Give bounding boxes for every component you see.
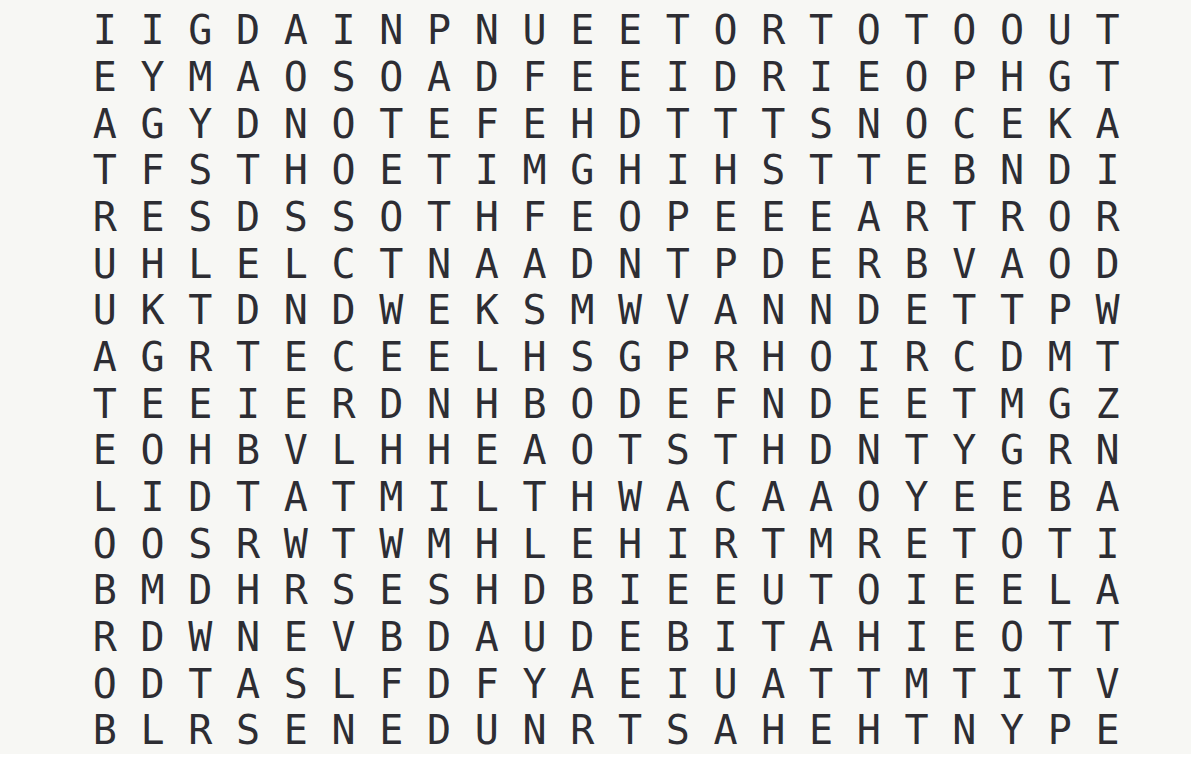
grid-cell[interactable]: N [941,707,989,754]
grid-cell[interactable]: D [129,660,177,707]
grid-cell[interactable]: D [463,54,511,101]
grid-cell[interactable]: T [750,614,798,661]
grid-cell[interactable]: T [845,660,893,707]
grid-cell[interactable]: T [177,660,225,707]
grid-cell[interactable]: D [224,194,272,241]
grid-cell[interactable]: T [1084,614,1132,661]
grid-cell[interactable]: S [320,54,368,101]
grid-cell[interactable]: H [177,427,225,474]
grid-cell[interactable]: T [941,520,989,567]
grid-cell[interactable]: N [224,614,272,661]
grid-cell[interactable]: I [463,147,511,194]
grid-cell[interactable]: B [81,567,129,614]
grid-cell[interactable]: E [797,240,845,287]
grid-cell[interactable]: L [81,474,129,521]
grid-cell[interactable]: M [368,474,416,521]
grid-cell[interactable]: E [797,194,845,241]
grid-cell[interactable]: I [797,54,845,101]
grid-cell[interactable]: N [750,287,798,334]
grid-cell[interactable]: R [893,194,941,241]
grid-cell[interactable]: R [1084,194,1132,241]
grid-cell[interactable]: U [81,240,129,287]
grid-cell[interactable]: C [320,240,368,287]
grid-cell[interactable]: D [224,100,272,147]
grid-cell[interactable]: A [272,7,320,54]
grid-cell[interactable]: I [415,474,463,521]
grid-cell[interactable]: E [606,614,654,661]
grid-cell[interactable]: H [129,240,177,287]
grid-cell[interactable]: N [1084,427,1132,474]
grid-cell[interactable]: A [1084,474,1132,521]
grid-cell[interactable]: D [224,7,272,54]
grid-cell[interactable]: A [511,427,559,474]
grid-cell[interactable]: Y [988,707,1036,754]
grid-cell[interactable]: N [415,380,463,427]
grid-cell[interactable]: D [559,614,607,661]
grid-cell[interactable]: O [368,54,416,101]
grid-cell[interactable]: W [177,614,225,661]
grid-cell[interactable]: I [129,7,177,54]
grid-cell[interactable]: I [606,567,654,614]
grid-cell[interactable]: F [702,380,750,427]
grid-cell[interactable]: I [654,520,702,567]
grid-cell[interactable]: D [415,707,463,754]
grid-cell[interactable]: O [845,7,893,54]
grid-cell[interactable]: I [1084,520,1132,567]
grid-cell[interactable]: L [511,520,559,567]
grid-cell[interactable]: H [463,567,511,614]
grid-cell[interactable]: H [511,334,559,381]
grid-cell[interactable]: G [988,427,1036,474]
grid-cell[interactable]: D [511,567,559,614]
grid-cell[interactable]: T [368,240,416,287]
grid-cell[interactable]: O [988,520,1036,567]
grid-cell[interactable]: T [797,7,845,54]
grid-cell[interactable]: I [988,660,1036,707]
grid-cell[interactable]: E [654,567,702,614]
grid-cell[interactable]: R [81,194,129,241]
grid-cell[interactable]: H [272,147,320,194]
grid-cell[interactable]: E [272,707,320,754]
grid-cell[interactable]: L [272,240,320,287]
grid-cell[interactable]: D [415,614,463,661]
grid-cell[interactable]: B [1036,474,1084,521]
grid-cell[interactable]: D [1036,147,1084,194]
grid-cell[interactable]: E [702,567,750,614]
grid-cell[interactable]: R [845,520,893,567]
grid-cell[interactable]: D [606,380,654,427]
grid-cell[interactable]: E [272,614,320,661]
grid-cell[interactable]: L [320,660,368,707]
grid-cell[interactable]: I [654,147,702,194]
grid-cell[interactable]: R [988,194,1036,241]
grid-cell[interactable]: V [654,287,702,334]
grid-cell[interactable]: T [702,427,750,474]
grid-cell[interactable]: F [463,660,511,707]
grid-cell[interactable]: M [415,520,463,567]
grid-cell[interactable]: P [941,54,989,101]
grid-cell[interactable]: S [511,287,559,334]
grid-cell[interactable]: D [224,287,272,334]
grid-cell[interactable]: N [272,287,320,334]
grid-cell[interactable]: R [272,567,320,614]
grid-cell[interactable]: P [415,7,463,54]
grid-cell[interactable]: S [224,707,272,754]
grid-cell[interactable]: E [81,54,129,101]
grid-cell[interactable]: E [272,334,320,381]
grid-cell[interactable]: V [320,614,368,661]
grid-cell[interactable]: T [224,147,272,194]
grid-cell[interactable]: S [272,660,320,707]
grid-cell[interactable]: H [368,427,416,474]
grid-cell[interactable]: T [1036,660,1084,707]
grid-cell[interactable]: N [606,240,654,287]
grid-cell[interactable]: I [1084,147,1132,194]
grid-cell[interactable]: H [750,427,798,474]
grid-cell[interactable]: W [1084,287,1132,334]
grid-cell[interactable]: E [941,567,989,614]
grid-cell[interactable]: E [750,194,798,241]
grid-cell[interactable]: T [511,474,559,521]
grid-cell[interactable]: I [845,334,893,381]
grid-cell[interactable]: H [750,334,798,381]
grid-cell[interactable]: Y [177,100,225,147]
grid-cell[interactable]: F [511,194,559,241]
grid-cell[interactable]: B [511,380,559,427]
grid-cell[interactable]: S [320,567,368,614]
grid-cell[interactable]: N [320,707,368,754]
grid-cell[interactable]: W [606,474,654,521]
grid-cell[interactable]: D [177,567,225,614]
grid-cell[interactable]: T [893,707,941,754]
grid-cell[interactable]: I [654,54,702,101]
grid-cell[interactable]: A [559,660,607,707]
grid-cell[interactable]: R [81,614,129,661]
grid-cell[interactable]: E [941,614,989,661]
grid-cell[interactable]: D [606,100,654,147]
grid-cell[interactable]: U [750,567,798,614]
grid-cell[interactable]: O [559,427,607,474]
grid-cell[interactable]: E [129,194,177,241]
grid-cell[interactable]: R [559,707,607,754]
grid-cell[interactable]: Y [129,54,177,101]
grid-cell[interactable]: T [797,567,845,614]
grid-cell[interactable]: T [750,100,798,147]
grid-cell[interactable]: E [893,520,941,567]
grid-cell[interactable]: R [224,520,272,567]
grid-cell[interactable]: T [845,147,893,194]
grid-cell[interactable]: H [415,427,463,474]
grid-cell[interactable]: E [81,427,129,474]
grid-cell[interactable]: M [559,287,607,334]
grid-cell[interactable]: E [654,380,702,427]
grid-cell[interactable]: M [129,567,177,614]
grid-cell[interactable]: V [941,240,989,287]
grid-cell[interactable]: T [654,240,702,287]
grid-cell[interactable]: T [654,100,702,147]
grid-cell[interactable]: T [224,474,272,521]
grid-cell[interactable]: T [893,427,941,474]
grid-cell[interactable]: R [893,334,941,381]
grid-cell[interactable]: E [988,100,1036,147]
grid-cell[interactable]: U [1036,7,1084,54]
grid-cell[interactable]: N [845,100,893,147]
grid-cell[interactable]: E [415,334,463,381]
grid-cell[interactable]: R [320,380,368,427]
grid-cell[interactable]: G [129,334,177,381]
grid-cell[interactable]: A [415,54,463,101]
grid-cell[interactable]: D [1084,240,1132,287]
grid-cell[interactable]: E [893,147,941,194]
grid-cell[interactable]: H [606,147,654,194]
grid-cell[interactable]: A [81,334,129,381]
grid-cell[interactable]: A [1084,567,1132,614]
grid-cell[interactable]: F [129,147,177,194]
grid-cell[interactable]: T [224,334,272,381]
grid-cell[interactable]: A [702,707,750,754]
grid-cell[interactable]: O [272,54,320,101]
grid-cell[interactable]: T [988,287,1036,334]
grid-cell[interactable]: E [559,54,607,101]
grid-cell[interactable]: N [988,147,1036,194]
grid-cell[interactable]: E [368,334,416,381]
grid-cell[interactable]: I [893,614,941,661]
grid-cell[interactable]: O [606,194,654,241]
grid-cell[interactable]: O [988,614,1036,661]
grid-cell[interactable]: E [988,474,1036,521]
grid-cell[interactable]: H [845,614,893,661]
grid-cell[interactable]: M [177,54,225,101]
grid-cell[interactable]: O [129,427,177,474]
grid-cell[interactable]: R [750,7,798,54]
grid-cell[interactable]: B [81,707,129,754]
grid-cell[interactable]: O [941,7,989,54]
grid-cell[interactable]: P [1036,287,1084,334]
grid-cell[interactable]: M [1036,334,1084,381]
grid-cell[interactable]: T [941,380,989,427]
grid-cell[interactable]: B [559,567,607,614]
grid-cell[interactable]: I [129,474,177,521]
grid-cell[interactable]: S [654,427,702,474]
grid-cell[interactable]: V [1084,660,1132,707]
grid-cell[interactable]: O [368,194,416,241]
grid-cell[interactable]: O [1036,240,1084,287]
grid-cell[interactable]: E [368,147,416,194]
grid-cell[interactable]: T [1036,614,1084,661]
grid-cell[interactable]: H [559,100,607,147]
grid-cell[interactable]: L [1036,567,1084,614]
grid-cell[interactable]: A [988,240,1036,287]
grid-cell[interactable]: E [606,54,654,101]
grid-cell[interactable]: I [654,660,702,707]
grid-cell[interactable]: N [272,100,320,147]
grid-cell[interactable]: E [415,287,463,334]
grid-cell[interactable]: K [463,287,511,334]
grid-cell[interactable]: V [272,427,320,474]
grid-cell[interactable]: E [606,660,654,707]
grid-cell[interactable]: T [415,194,463,241]
grid-cell[interactable]: R [702,520,750,567]
grid-cell[interactable]: B [654,614,702,661]
grid-cell[interactable]: E [559,194,607,241]
grid-cell[interactable]: T [606,707,654,754]
grid-cell[interactable]: P [702,240,750,287]
grid-cell[interactable]: I [320,7,368,54]
grid-cell[interactable]: P [1036,707,1084,754]
grid-cell[interactable]: T [797,147,845,194]
grid-cell[interactable]: T [654,7,702,54]
grid-cell[interactable]: D [368,380,416,427]
grid-cell[interactable]: A [797,614,845,661]
grid-cell[interactable]: T [320,520,368,567]
grid-cell[interactable]: S [750,147,798,194]
grid-cell[interactable]: A [272,474,320,521]
grid-cell[interactable]: S [272,194,320,241]
grid-cell[interactable]: S [177,194,225,241]
grid-cell[interactable]: E [368,567,416,614]
grid-cell[interactable]: N [511,707,559,754]
grid-cell[interactable]: T [606,427,654,474]
grid-cell[interactable]: T [941,660,989,707]
grid-cell[interactable]: E [845,380,893,427]
grid-cell[interactable]: G [1036,380,1084,427]
grid-cell[interactable]: D [750,240,798,287]
grid-cell[interactable]: S [177,520,225,567]
grid-cell[interactable]: D [797,427,845,474]
grid-cell[interactable]: O [81,660,129,707]
grid-cell[interactable]: E [702,194,750,241]
grid-cell[interactable]: O [1036,194,1084,241]
grid-cell[interactable]: N [845,427,893,474]
grid-cell[interactable]: O [559,380,607,427]
grid-cell[interactable]: F [463,100,511,147]
grid-cell[interactable]: C [941,100,989,147]
grid-cell[interactable]: A [702,287,750,334]
grid-cell[interactable]: S [654,707,702,754]
grid-cell[interactable]: U [511,614,559,661]
grid-cell[interactable]: T [750,520,798,567]
grid-cell[interactable]: A [224,54,272,101]
grid-cell[interactable]: O [988,7,1036,54]
grid-cell[interactable]: E [559,520,607,567]
grid-cell[interactable]: D [559,240,607,287]
grid-cell[interactable]: H [559,474,607,521]
grid-cell[interactable]: T [941,194,989,241]
grid-cell[interactable]: O [893,100,941,147]
grid-cell[interactable]: H [463,380,511,427]
grid-cell[interactable]: N [368,7,416,54]
grid-cell[interactable]: U [702,660,750,707]
grid-cell[interactable]: Z [1084,380,1132,427]
grid-cell[interactable]: H [750,707,798,754]
grid-cell[interactable]: T [1084,7,1132,54]
grid-cell[interactable]: O [320,100,368,147]
grid-cell[interactable]: A [845,194,893,241]
grid-cell[interactable]: N [750,380,798,427]
grid-cell[interactable]: D [320,287,368,334]
grid-cell[interactable]: W [368,520,416,567]
grid-cell[interactable]: T [81,147,129,194]
grid-cell[interactable]: T [81,380,129,427]
grid-cell[interactable]: H [845,707,893,754]
grid-cell[interactable]: G [129,100,177,147]
grid-cell[interactable]: E [559,7,607,54]
grid-cell[interactable]: L [463,334,511,381]
grid-cell[interactable]: E [893,380,941,427]
grid-cell[interactable]: E [893,287,941,334]
grid-cell[interactable]: W [272,520,320,567]
grid-cell[interactable]: T [797,660,845,707]
grid-cell[interactable]: R [177,334,225,381]
grid-cell[interactable]: G [559,147,607,194]
grid-cell[interactable]: U [463,707,511,754]
grid-cell[interactable]: D [415,660,463,707]
grid-cell[interactable]: T [1084,334,1132,381]
grid-cell[interactable]: E [129,380,177,427]
grid-cell[interactable]: T [415,147,463,194]
grid-cell[interactable]: T [893,7,941,54]
grid-cell[interactable]: O [81,520,129,567]
grid-cell[interactable]: I [893,567,941,614]
grid-cell[interactable]: B [941,147,989,194]
grid-cell[interactable]: I [81,7,129,54]
grid-cell[interactable]: S [415,567,463,614]
grid-cell[interactable]: I [224,380,272,427]
grid-cell[interactable]: T [320,474,368,521]
grid-cell[interactable]: R [1036,427,1084,474]
grid-cell[interactable]: A [750,660,798,707]
grid-cell[interactable]: D [129,614,177,661]
grid-cell[interactable]: E [606,7,654,54]
grid-cell[interactable]: H [988,54,1036,101]
grid-cell[interactable]: B [368,614,416,661]
grid-cell[interactable]: T [1084,54,1132,101]
grid-cell[interactable]: I [702,614,750,661]
grid-cell[interactable]: M [893,660,941,707]
grid-cell[interactable]: C [941,334,989,381]
grid-cell[interactable]: O [893,54,941,101]
grid-cell[interactable]: T [177,287,225,334]
grid-cell[interactable]: T [1036,520,1084,567]
grid-cell[interactable]: P [654,334,702,381]
grid-cell[interactable]: A [81,100,129,147]
grid-cell[interactable]: D [988,334,1036,381]
grid-cell[interactable]: Y [941,427,989,474]
grid-cell[interactable]: U [511,7,559,54]
grid-cell[interactable]: A [1084,100,1132,147]
grid-cell[interactable]: N [797,287,845,334]
grid-cell[interactable]: F [511,54,559,101]
grid-cell[interactable]: S [320,194,368,241]
grid-cell[interactable]: D [845,287,893,334]
grid-cell[interactable]: A [511,240,559,287]
grid-cell[interactable]: W [606,287,654,334]
grid-cell[interactable]: R [177,707,225,754]
grid-cell[interactable]: N [463,7,511,54]
grid-cell[interactable]: O [702,7,750,54]
grid-cell[interactable]: A [750,474,798,521]
grid-cell[interactable]: G [1036,54,1084,101]
grid-cell[interactable]: S [177,147,225,194]
grid-cell[interactable]: B [893,240,941,287]
grid-cell[interactable]: Y [511,660,559,707]
grid-cell[interactable]: O [320,147,368,194]
grid-cell[interactable]: A [654,474,702,521]
grid-cell[interactable]: E [941,474,989,521]
grid-cell[interactable]: T [702,100,750,147]
grid-cell[interactable]: M [511,147,559,194]
grid-cell[interactable]: S [559,334,607,381]
